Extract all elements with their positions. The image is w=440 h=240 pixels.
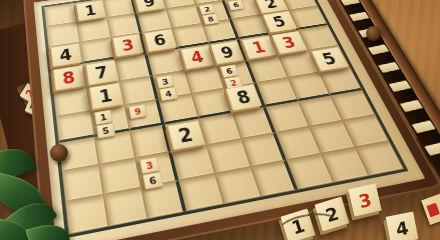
cell-r9c2[interactable]	[104, 187, 148, 226]
rack-tile-10[interactable]	[400, 100, 423, 112]
pencil-marks-r2c7: 6	[227, 0, 254, 10]
rack-tile-12[interactable]	[424, 142, 440, 156]
pencil-marks-r5c4: 34	[156, 73, 189, 101]
partial-tile-right-edge[interactable]	[421, 193, 440, 225]
tile-6-r3c4[interactable]: 6	[143, 29, 176, 52]
cell-r6c2[interactable]: 15	[91, 105, 130, 137]
rack-tile-8[interactable]	[378, 62, 400, 73]
pencil-marks-r2c6: 28	[199, 2, 228, 24]
pencil-marks-r8c3: 36	[139, 155, 173, 190]
pencil-tile-9[interactable]: 9	[128, 104, 147, 119]
rack-tile-7[interactable]	[368, 44, 389, 54]
pencil-marks-r6c2: 15	[94, 108, 127, 139]
left-drawer-knob[interactable]	[50, 144, 68, 162]
tile-4-r3c1[interactable]: 4	[50, 43, 82, 67]
loose-tile-4[interactable]: 4	[386, 212, 419, 240]
rack-tile-9[interactable]	[389, 80, 412, 92]
pencil-tile-6[interactable]: 6	[227, 0, 245, 10]
cell-r9c1[interactable]	[65, 194, 108, 234]
tile-8-r6c6[interactable]: 8	[225, 84, 262, 111]
pencil-marks-r6c3: 9	[128, 102, 156, 119]
rack-tile-5[interactable]	[349, 12, 369, 21]
tile-3-r3c3[interactable]: 3	[112, 33, 144, 56]
right-drawer-knob[interactable]	[366, 26, 381, 41]
sudoku-game-photo: 278127642 19286243658749131346251598236 …	[0, 0, 440, 240]
rack-tile-11[interactable]	[412, 120, 436, 133]
rack-tile-4[interactable]	[341, 0, 361, 6]
